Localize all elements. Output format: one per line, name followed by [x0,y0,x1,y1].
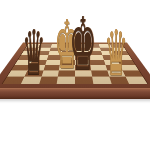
dark-queen-piece[interactable]: ♛ [22,23,45,85]
pieces-layer: ♚♚♛♛ [0,0,150,150]
chess-set-photo: ♚♚♛♛ [0,0,150,150]
square-h1[interactable] [126,77,148,84]
light-queen-piece[interactable]: ♛ [104,22,128,85]
dark-king-piece[interactable]: ♚ [69,8,96,81]
